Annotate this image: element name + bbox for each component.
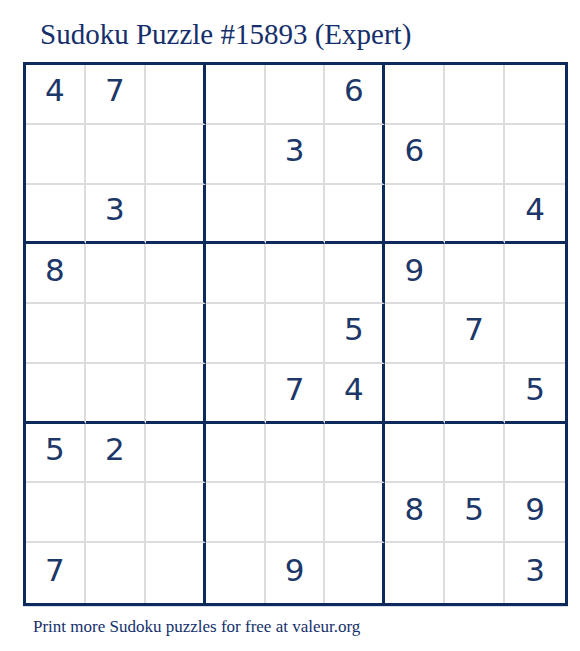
cell-r8c8: 5 <box>445 483 505 543</box>
cell-r2c7: 6 <box>385 125 445 185</box>
cell-r9c8[interactable] <box>445 543 505 603</box>
cell-r6c5: 7 <box>266 364 326 424</box>
cell-r6c4[interactable] <box>206 364 266 424</box>
cell-r5c9[interactable] <box>505 304 565 364</box>
cell-r4c3[interactable] <box>146 244 206 304</box>
cell-r8c1[interactable] <box>26 483 86 543</box>
cell-r3c8[interactable] <box>445 185 505 245</box>
cell-r5c4[interactable] <box>206 304 266 364</box>
cell-r2c2[interactable] <box>86 125 146 185</box>
cell-r8c5[interactable] <box>266 483 326 543</box>
cell-r9c5: 9 <box>266 543 326 603</box>
footer-text: Print more Sudoku puzzles for free at va… <box>33 617 360 637</box>
cell-r7c1: 5 <box>26 424 86 484</box>
cell-r8c4[interactable] <box>206 483 266 543</box>
cell-r3c3[interactable] <box>146 185 206 245</box>
cell-r6c6: 4 <box>325 364 385 424</box>
cell-r1c5[interactable] <box>266 65 326 125</box>
cell-r2c9[interactable] <box>505 125 565 185</box>
cell-r5c3[interactable] <box>146 304 206 364</box>
cell-r2c8[interactable] <box>445 125 505 185</box>
cell-r5c5[interactable] <box>266 304 326 364</box>
cell-r4c8[interactable] <box>445 244 505 304</box>
cell-r5c8: 7 <box>445 304 505 364</box>
cell-r4c2[interactable] <box>86 244 146 304</box>
cell-r1c4[interactable] <box>206 65 266 125</box>
cell-r1c6: 6 <box>325 65 385 125</box>
page-title: Sudoku Puzzle #15893 (Expert) <box>40 16 411 52</box>
cell-r3c4[interactable] <box>206 185 266 245</box>
cell-r7c2: 2 <box>86 424 146 484</box>
cell-r4c9[interactable] <box>505 244 565 304</box>
cell-r4c1: 8 <box>26 244 86 304</box>
cell-r1c9[interactable] <box>505 65 565 125</box>
cell-r4c6[interactable] <box>325 244 385 304</box>
cell-r1c7[interactable] <box>385 65 445 125</box>
cell-r6c2[interactable] <box>86 364 146 424</box>
cell-r7c3[interactable] <box>146 424 206 484</box>
cell-r8c6[interactable] <box>325 483 385 543</box>
cell-r1c1: 4 <box>26 65 86 125</box>
sudoku-grid: 4763634895774552859793 <box>23 62 568 606</box>
cell-r6c7[interactable] <box>385 364 445 424</box>
cell-r9c7[interactable] <box>385 543 445 603</box>
cell-r5c2[interactable] <box>86 304 146 364</box>
cell-r6c8[interactable] <box>445 364 505 424</box>
cell-r7c8[interactable] <box>445 424 505 484</box>
cell-r7c6[interactable] <box>325 424 385 484</box>
cell-r8c7: 8 <box>385 483 445 543</box>
cell-r3c1[interactable] <box>26 185 86 245</box>
cell-r9c6[interactable] <box>325 543 385 603</box>
cell-r4c4[interactable] <box>206 244 266 304</box>
cell-r2c6[interactable] <box>325 125 385 185</box>
cell-r7c9[interactable] <box>505 424 565 484</box>
cell-r2c5: 3 <box>266 125 326 185</box>
cell-r3c7[interactable] <box>385 185 445 245</box>
cell-r2c1[interactable] <box>26 125 86 185</box>
cell-r2c3[interactable] <box>146 125 206 185</box>
cell-r1c2: 7 <box>86 65 146 125</box>
cell-r5c6: 5 <box>325 304 385 364</box>
cell-r3c6[interactable] <box>325 185 385 245</box>
cell-r1c3[interactable] <box>146 65 206 125</box>
cell-r8c9: 9 <box>505 483 565 543</box>
cell-r2c4[interactable] <box>206 125 266 185</box>
cell-r3c2: 3 <box>86 185 146 245</box>
cell-r9c9: 3 <box>505 543 565 603</box>
cell-r9c4[interactable] <box>206 543 266 603</box>
cell-r9c2[interactable] <box>86 543 146 603</box>
cell-r3c9: 4 <box>505 185 565 245</box>
cell-r4c7: 9 <box>385 244 445 304</box>
sudoku-page: Sudoku Puzzle #15893 (Expert) 4763634895… <box>0 0 580 651</box>
cell-r5c1[interactable] <box>26 304 86 364</box>
cell-r7c4[interactable] <box>206 424 266 484</box>
cell-r1c8[interactable] <box>445 65 505 125</box>
cell-r5c7[interactable] <box>385 304 445 364</box>
cell-r6c9: 5 <box>505 364 565 424</box>
cell-r4c5[interactable] <box>266 244 326 304</box>
cell-r9c1: 7 <box>26 543 86 603</box>
cell-r9c3[interactable] <box>146 543 206 603</box>
cell-r7c7[interactable] <box>385 424 445 484</box>
cell-r8c3[interactable] <box>146 483 206 543</box>
cell-r3c5[interactable] <box>266 185 326 245</box>
cell-r7c5[interactable] <box>266 424 326 484</box>
cell-r8c2[interactable] <box>86 483 146 543</box>
cell-r6c1[interactable] <box>26 364 86 424</box>
cell-r6c3[interactable] <box>146 364 206 424</box>
